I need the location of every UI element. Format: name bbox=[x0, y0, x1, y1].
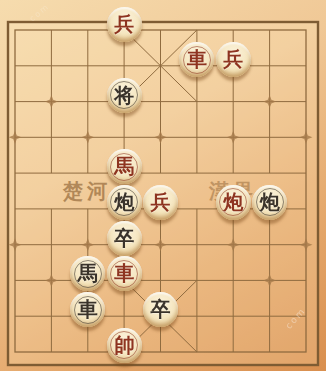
piece-black-rook[interactable]: 車 bbox=[70, 292, 105, 327]
piece-character: 炮 bbox=[107, 185, 142, 220]
piece-character: 車 bbox=[107, 256, 142, 291]
piece-red-pawn[interactable]: 兵 bbox=[143, 185, 178, 220]
piece-red-general[interactable]: 帥 bbox=[107, 328, 142, 363]
piece-character: 馬 bbox=[70, 256, 105, 291]
piece-character: 兵 bbox=[216, 42, 251, 77]
piece-character: 将 bbox=[107, 78, 142, 113]
piece-red-cannon[interactable]: 炮 bbox=[216, 185, 251, 220]
piece-black-general[interactable]: 将 bbox=[107, 78, 142, 113]
piece-black-pawn[interactable]: 卒 bbox=[143, 292, 178, 327]
piece-red-pawn[interactable]: 兵 bbox=[107, 7, 142, 42]
xiangqi-board: 楚河 漢界 兵車兵将馬炮兵炮炮卒馬車車卒帥 com com bbox=[0, 0, 326, 371]
pieces-layer: 兵車兵将馬炮兵炮炮卒馬車車卒帥 bbox=[0, 12, 324, 369]
piece-red-rook[interactable]: 車 bbox=[107, 256, 142, 291]
piece-red-rook[interactable]: 車 bbox=[179, 42, 214, 77]
piece-black-cannon[interactable]: 炮 bbox=[252, 185, 287, 220]
piece-character: 炮 bbox=[252, 185, 287, 220]
piece-red-horse[interactable]: 馬 bbox=[107, 149, 142, 184]
piece-character: 馬 bbox=[107, 149, 142, 184]
piece-character: 帥 bbox=[107, 328, 142, 363]
piece-character: 卒 bbox=[107, 221, 142, 256]
piece-character: 兵 bbox=[107, 7, 142, 42]
piece-character: 卒 bbox=[143, 292, 178, 327]
piece-character: 車 bbox=[179, 42, 214, 77]
piece-character: 兵 bbox=[143, 185, 178, 220]
piece-character: 炮 bbox=[216, 185, 251, 220]
piece-black-horse[interactable]: 馬 bbox=[70, 256, 105, 291]
piece-black-pawn[interactable]: 卒 bbox=[107, 221, 142, 256]
piece-character: 車 bbox=[70, 292, 105, 327]
piece-black-cannon[interactable]: 炮 bbox=[107, 185, 142, 220]
piece-red-pawn[interactable]: 兵 bbox=[216, 42, 251, 77]
